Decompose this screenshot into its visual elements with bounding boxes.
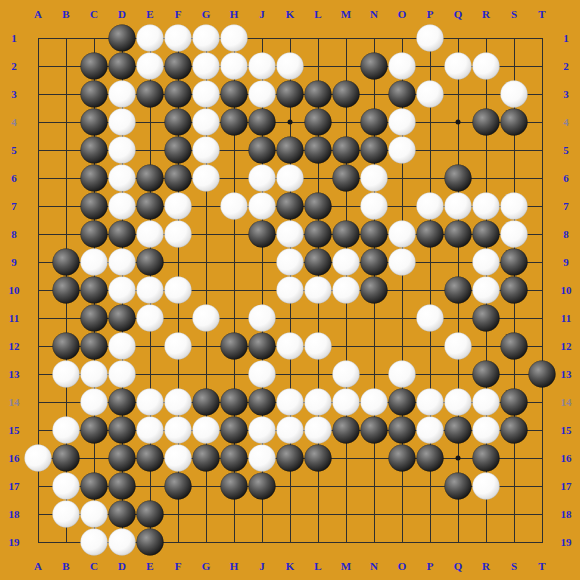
stone-white-F1 <box>165 25 192 52</box>
stone-white-S3 <box>501 81 528 108</box>
stone-black-L8 <box>305 221 332 248</box>
stone-black-B16 <box>53 445 80 472</box>
stone-white-N6 <box>361 165 388 192</box>
stone-black-H17 <box>221 473 248 500</box>
stone-white-S7 <box>501 193 528 220</box>
stone-black-D16 <box>109 445 136 472</box>
row-label-left-16: 16 <box>9 453 20 464</box>
go-board[interactable]: AA11BB22CC33DD44EE55FF66GG77HH88JJ99KK10… <box>0 0 580 580</box>
row-label-right-14: 14 <box>561 397 572 408</box>
stone-black-M5 <box>333 137 360 164</box>
stone-black-F5 <box>165 137 192 164</box>
stone-black-L7 <box>305 193 332 220</box>
stone-black-E9 <box>137 249 164 276</box>
stone-white-G15 <box>193 417 220 444</box>
stone-white-H2 <box>221 53 248 80</box>
stone-white-D6 <box>109 165 136 192</box>
stone-black-M6 <box>333 165 360 192</box>
col-label-top-C: C <box>90 9 98 20</box>
stone-black-O16 <box>389 445 416 472</box>
stone-black-L5 <box>305 137 332 164</box>
col-label-top-H: H <box>230 9 239 20</box>
stone-white-K12 <box>277 333 304 360</box>
stone-black-Q17 <box>445 473 472 500</box>
stone-white-R14 <box>473 389 500 416</box>
stone-white-K10 <box>277 277 304 304</box>
stone-black-R16 <box>473 445 500 472</box>
stone-black-F2 <box>165 53 192 80</box>
stone-white-L12 <box>305 333 332 360</box>
col-label-top-F: F <box>175 9 182 20</box>
stone-white-D19 <box>109 529 136 556</box>
stone-white-P11 <box>417 305 444 332</box>
stone-black-N4 <box>361 109 388 136</box>
stone-white-B17 <box>53 473 80 500</box>
stone-white-K15 <box>277 417 304 444</box>
stone-black-C15 <box>81 417 108 444</box>
col-label-bottom-S: S <box>511 561 517 572</box>
col-label-top-B: B <box>62 9 69 20</box>
stone-black-D17 <box>109 473 136 500</box>
stone-white-E14 <box>137 389 164 416</box>
row-label-left-8: 8 <box>11 229 17 240</box>
row-label-right-18: 18 <box>561 509 572 520</box>
stone-black-N5 <box>361 137 388 164</box>
stone-white-L15 <box>305 417 332 444</box>
stone-black-E7 <box>137 193 164 220</box>
stone-black-E19 <box>137 529 164 556</box>
stone-white-R10 <box>473 277 500 304</box>
stone-white-D12 <box>109 333 136 360</box>
row-label-right-9: 9 <box>563 257 569 268</box>
row-label-right-12: 12 <box>561 341 572 352</box>
col-label-top-G: G <box>202 9 211 20</box>
stone-white-F15 <box>165 417 192 444</box>
col-label-bottom-A: A <box>34 561 42 572</box>
stone-black-F6 <box>165 165 192 192</box>
col-label-top-Q: Q <box>454 9 463 20</box>
stone-white-B13 <box>53 361 80 388</box>
stone-white-K2 <box>277 53 304 80</box>
stone-white-J6 <box>249 165 276 192</box>
stone-white-C13 <box>81 361 108 388</box>
col-label-top-M: M <box>341 9 351 20</box>
row-label-right-10: 10 <box>561 285 572 296</box>
stone-black-L4 <box>305 109 332 136</box>
stone-black-M15 <box>333 417 360 444</box>
stone-white-O4 <box>389 109 416 136</box>
stone-white-J13 <box>249 361 276 388</box>
stone-white-D10 <box>109 277 136 304</box>
col-label-top-N: N <box>370 9 378 20</box>
stone-black-C6 <box>81 165 108 192</box>
stone-white-D9 <box>109 249 136 276</box>
stone-white-E2 <box>137 53 164 80</box>
stone-black-C2 <box>81 53 108 80</box>
col-label-bottom-M: M <box>341 561 351 572</box>
stone-black-D18 <box>109 501 136 528</box>
stone-black-C5 <box>81 137 108 164</box>
stone-white-Q14 <box>445 389 472 416</box>
col-label-top-S: S <box>511 9 517 20</box>
stone-black-F4 <box>165 109 192 136</box>
stone-black-C3 <box>81 81 108 108</box>
hoshi-Q4 <box>456 120 461 125</box>
stone-white-N14 <box>361 389 388 416</box>
row-label-right-5: 5 <box>563 145 569 156</box>
stone-white-R7 <box>473 193 500 220</box>
stone-black-N15 <box>361 417 388 444</box>
stone-white-M13 <box>333 361 360 388</box>
stone-white-E11 <box>137 305 164 332</box>
stone-white-B15 <box>53 417 80 444</box>
col-label-top-R: R <box>482 9 490 20</box>
row-label-right-19: 19 <box>561 537 572 548</box>
stone-white-C18 <box>81 501 108 528</box>
col-label-bottom-K: K <box>286 561 295 572</box>
row-label-left-9: 9 <box>11 257 17 268</box>
stone-black-S14 <box>501 389 528 416</box>
col-label-bottom-E: E <box>146 561 153 572</box>
stone-black-H3 <box>221 81 248 108</box>
row-label-right-15: 15 <box>561 425 572 436</box>
stone-black-B9 <box>53 249 80 276</box>
stone-black-F17 <box>165 473 192 500</box>
stone-black-R8 <box>473 221 500 248</box>
stone-white-J11 <box>249 305 276 332</box>
stone-white-R15 <box>473 417 500 444</box>
stone-black-J12 <box>249 333 276 360</box>
stone-black-L16 <box>305 445 332 472</box>
stone-white-Q12 <box>445 333 472 360</box>
stone-white-J7 <box>249 193 276 220</box>
row-label-left-14: 14 <box>9 397 20 408</box>
col-label-bottom-P: P <box>427 561 434 572</box>
col-label-top-D: D <box>118 9 126 20</box>
stone-white-P7 <box>417 193 444 220</box>
stone-black-K5 <box>277 137 304 164</box>
stone-white-J2 <box>249 53 276 80</box>
stone-white-E8 <box>137 221 164 248</box>
stone-black-R11 <box>473 305 500 332</box>
stone-black-M3 <box>333 81 360 108</box>
row-label-left-3: 3 <box>11 89 17 100</box>
stone-black-Q10 <box>445 277 472 304</box>
stone-black-B12 <box>53 333 80 360</box>
stone-black-R4 <box>473 109 500 136</box>
stone-white-K6 <box>277 165 304 192</box>
stone-black-C4 <box>81 109 108 136</box>
col-label-top-O: O <box>398 9 407 20</box>
row-label-left-12: 12 <box>9 341 20 352</box>
stone-black-Q6 <box>445 165 472 192</box>
stone-white-F12 <box>165 333 192 360</box>
stone-white-M14 <box>333 389 360 416</box>
stone-white-M10 <box>333 277 360 304</box>
stone-black-D8 <box>109 221 136 248</box>
row-label-left-2: 2 <box>11 61 17 72</box>
stone-black-R13 <box>473 361 500 388</box>
row-label-left-19: 19 <box>9 537 20 548</box>
row-label-right-4: 4 <box>563 117 569 128</box>
col-label-top-P: P <box>427 9 434 20</box>
stone-white-P1 <box>417 25 444 52</box>
stone-black-C10 <box>81 277 108 304</box>
col-label-bottom-T: T <box>538 561 545 572</box>
col-label-bottom-Q: Q <box>454 561 463 572</box>
col-label-bottom-N: N <box>370 561 378 572</box>
stone-white-C14 <box>81 389 108 416</box>
stone-white-G11 <box>193 305 220 332</box>
stone-white-F10 <box>165 277 192 304</box>
stone-black-O3 <box>389 81 416 108</box>
stone-white-G6 <box>193 165 220 192</box>
stone-white-R2 <box>473 53 500 80</box>
stone-black-T13 <box>529 361 556 388</box>
stone-white-H7 <box>221 193 248 220</box>
stone-black-K7 <box>277 193 304 220</box>
col-label-top-J: J <box>259 9 265 20</box>
stone-black-J8 <box>249 221 276 248</box>
stone-black-D11 <box>109 305 136 332</box>
col-label-top-K: K <box>286 9 295 20</box>
col-label-bottom-J: J <box>259 561 265 572</box>
stone-white-F7 <box>165 193 192 220</box>
row-label-right-3: 3 <box>563 89 569 100</box>
stone-black-N9 <box>361 249 388 276</box>
stone-black-G16 <box>193 445 220 472</box>
stone-black-S10 <box>501 277 528 304</box>
stone-black-H4 <box>221 109 248 136</box>
grid-vline-T <box>542 38 543 543</box>
stone-white-P3 <box>417 81 444 108</box>
row-label-right-17: 17 <box>561 481 572 492</box>
stone-white-N7 <box>361 193 388 220</box>
col-label-bottom-G: G <box>202 561 211 572</box>
stone-black-K16 <box>277 445 304 472</box>
stone-black-E6 <box>137 165 164 192</box>
stone-black-S15 <box>501 417 528 444</box>
stone-white-D3 <box>109 81 136 108</box>
stone-white-C19 <box>81 529 108 556</box>
col-label-bottom-O: O <box>398 561 407 572</box>
stone-black-O14 <box>389 389 416 416</box>
stone-white-H1 <box>221 25 248 52</box>
row-label-left-10: 10 <box>9 285 20 296</box>
stone-black-S12 <box>501 333 528 360</box>
stone-black-D15 <box>109 417 136 444</box>
stone-black-H12 <box>221 333 248 360</box>
row-label-left-13: 13 <box>9 369 20 380</box>
stone-black-C17 <box>81 473 108 500</box>
row-label-left-18: 18 <box>9 509 20 520</box>
row-label-right-16: 16 <box>561 453 572 464</box>
stone-black-C11 <box>81 305 108 332</box>
stone-black-S9 <box>501 249 528 276</box>
stone-black-C7 <box>81 193 108 220</box>
col-label-bottom-B: B <box>62 561 69 572</box>
col-label-top-E: E <box>146 9 153 20</box>
stone-white-B18 <box>53 501 80 528</box>
stone-white-E10 <box>137 277 164 304</box>
stone-black-J5 <box>249 137 276 164</box>
stone-white-D5 <box>109 137 136 164</box>
stone-white-O5 <box>389 137 416 164</box>
stone-white-R17 <box>473 473 500 500</box>
stone-white-J15 <box>249 417 276 444</box>
stone-white-Q2 <box>445 53 472 80</box>
stone-white-L10 <box>305 277 332 304</box>
row-label-right-11: 11 <box>561 313 571 324</box>
stone-white-G5 <box>193 137 220 164</box>
stone-white-E15 <box>137 417 164 444</box>
stone-white-S8 <box>501 221 528 248</box>
stone-black-Q15 <box>445 417 472 444</box>
stone-black-D2 <box>109 53 136 80</box>
row-label-left-6: 6 <box>11 173 17 184</box>
stone-black-P8 <box>417 221 444 248</box>
col-label-bottom-L: L <box>314 561 321 572</box>
stone-white-P14 <box>417 389 444 416</box>
hoshi-K4 <box>288 120 293 125</box>
stone-black-G14 <box>193 389 220 416</box>
hoshi-Q16 <box>456 456 461 461</box>
col-label-top-L: L <box>314 9 321 20</box>
stone-white-Q7 <box>445 193 472 220</box>
row-label-right-7: 7 <box>563 201 569 212</box>
stone-black-H15 <box>221 417 248 444</box>
stone-white-R9 <box>473 249 500 276</box>
stone-white-G4 <box>193 109 220 136</box>
row-label-right-2: 2 <box>563 61 569 72</box>
stone-black-H14 <box>221 389 248 416</box>
row-label-right-8: 8 <box>563 229 569 240</box>
stone-black-L3 <box>305 81 332 108</box>
stone-black-Q8 <box>445 221 472 248</box>
stone-white-A16 <box>25 445 52 472</box>
stone-white-O8 <box>389 221 416 248</box>
row-label-left-7: 7 <box>11 201 17 212</box>
stone-black-K3 <box>277 81 304 108</box>
col-label-bottom-D: D <box>118 561 126 572</box>
stone-black-L9 <box>305 249 332 276</box>
col-label-top-T: T <box>538 9 545 20</box>
stone-black-E16 <box>137 445 164 472</box>
stone-black-N8 <box>361 221 388 248</box>
stone-white-K8 <box>277 221 304 248</box>
stone-white-J16 <box>249 445 276 472</box>
col-label-top-A: A <box>34 9 42 20</box>
stone-white-D13 <box>109 361 136 388</box>
stone-black-D14 <box>109 389 136 416</box>
row-label-left-1: 1 <box>11 33 17 44</box>
stone-black-C12 <box>81 333 108 360</box>
stone-black-E3 <box>137 81 164 108</box>
row-label-right-1: 1 <box>563 33 569 44</box>
row-label-left-11: 11 <box>9 313 19 324</box>
col-label-bottom-R: R <box>482 561 490 572</box>
stone-white-O2 <box>389 53 416 80</box>
stone-white-J3 <box>249 81 276 108</box>
stone-white-F16 <box>165 445 192 472</box>
stone-black-M8 <box>333 221 360 248</box>
row-label-left-17: 17 <box>9 481 20 492</box>
stone-black-S4 <box>501 109 528 136</box>
col-label-bottom-C: C <box>90 561 98 572</box>
stone-black-J4 <box>249 109 276 136</box>
col-label-bottom-H: H <box>230 561 239 572</box>
stone-white-D7 <box>109 193 136 220</box>
row-label-left-15: 15 <box>9 425 20 436</box>
col-label-bottom-F: F <box>175 561 182 572</box>
stone-white-D4 <box>109 109 136 136</box>
stone-black-N2 <box>361 53 388 80</box>
stone-white-P15 <box>417 417 444 444</box>
stone-white-F8 <box>165 221 192 248</box>
stone-white-G2 <box>193 53 220 80</box>
stone-white-K14 <box>277 389 304 416</box>
stone-black-H16 <box>221 445 248 472</box>
stone-black-N10 <box>361 277 388 304</box>
stone-black-B10 <box>53 277 80 304</box>
stone-white-G3 <box>193 81 220 108</box>
stone-black-E18 <box>137 501 164 528</box>
stone-black-P16 <box>417 445 444 472</box>
row-label-left-4: 4 <box>11 117 17 128</box>
stone-black-D1 <box>109 25 136 52</box>
stone-white-L14 <box>305 389 332 416</box>
stone-black-C8 <box>81 221 108 248</box>
stone-white-O9 <box>389 249 416 276</box>
row-label-left-5: 5 <box>11 145 17 156</box>
row-label-right-6: 6 <box>563 173 569 184</box>
stone-white-E1 <box>137 25 164 52</box>
stone-white-C9 <box>81 249 108 276</box>
stone-black-J17 <box>249 473 276 500</box>
stone-white-K9 <box>277 249 304 276</box>
stone-white-O13 <box>389 361 416 388</box>
row-label-right-13: 13 <box>561 369 572 380</box>
stone-white-F14 <box>165 389 192 416</box>
stone-black-F3 <box>165 81 192 108</box>
stone-white-G1 <box>193 25 220 52</box>
stone-black-O15 <box>389 417 416 444</box>
stone-white-M9 <box>333 249 360 276</box>
stone-black-J14 <box>249 389 276 416</box>
